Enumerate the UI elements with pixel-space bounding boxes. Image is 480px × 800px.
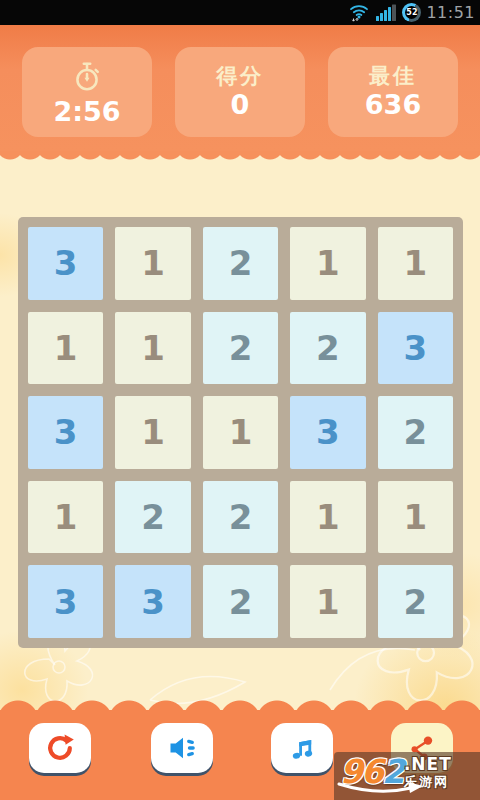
- cell-r1c1[interactable]: 3: [28, 227, 103, 300]
- refresh-icon: [44, 732, 76, 764]
- cell-r3c1[interactable]: 3: [28, 396, 103, 469]
- cell-r3c5[interactable]: 2: [378, 396, 453, 469]
- battery-circle-icon: 52: [402, 3, 421, 22]
- cell-r5c3[interactable]: 2: [203, 565, 278, 638]
- speaker-icon: [167, 733, 197, 763]
- cell-r1c5[interactable]: 1: [378, 227, 453, 300]
- android-status-bar: 52 11:51: [0, 0, 480, 25]
- watermark-962net: 962 .NET 乐游网: [334, 752, 480, 800]
- score-value: 0: [231, 91, 250, 118]
- cell-r1c2[interactable]: 1: [115, 227, 190, 300]
- cell-r5c2[interactable]: 3: [115, 565, 190, 638]
- stats-row: 2:56 得分 0 最佳 636: [0, 47, 480, 137]
- wifi-icon: [348, 3, 370, 22]
- score-label: 得分: [216, 66, 264, 87]
- header-scallop-edge: [0, 151, 480, 163]
- cell-r4c4[interactable]: 1: [290, 481, 365, 554]
- cell-r4c5[interactable]: 1: [378, 481, 453, 554]
- cell-r3c4[interactable]: 3: [290, 396, 365, 469]
- cell-r3c3[interactable]: 1: [203, 396, 278, 469]
- cell-r2c2[interactable]: 1: [115, 312, 190, 385]
- app-screen: 52 11:51 2:56 得分 0 最佳 6: [0, 0, 480, 800]
- cell-r4c2[interactable]: 2: [115, 481, 190, 554]
- best-label: 最佳: [369, 66, 417, 87]
- cell-r5c1[interactable]: 3: [28, 565, 103, 638]
- cell-r2c1[interactable]: 1: [28, 312, 103, 385]
- clock-text: 11:51: [426, 3, 475, 22]
- sound-button[interactable]: [151, 723, 213, 773]
- stopwatch-icon: [71, 60, 103, 94]
- cell-r2c4[interactable]: 2: [290, 312, 365, 385]
- best-value: 636: [365, 91, 421, 118]
- cell-r1c4[interactable]: 1: [290, 227, 365, 300]
- timer-value: 2:56: [53, 98, 120, 125]
- cell-r5c4[interactable]: 1: [290, 565, 365, 638]
- music-button[interactable]: [271, 723, 333, 773]
- timer-box: 2:56: [22, 47, 152, 137]
- watermark-tld: .NET: [404, 755, 452, 774]
- bottom-bar-scallop-edge: [0, 697, 480, 711]
- score-box: 得分 0: [175, 47, 305, 137]
- watermark-swoosh-arrow: [337, 781, 425, 797]
- best-box: 最佳 636: [328, 47, 458, 137]
- battery-percent: 52: [406, 8, 417, 17]
- restart-button[interactable]: [29, 723, 91, 773]
- board: 3121111223311321221133212: [18, 217, 463, 648]
- cell-r4c3[interactable]: 2: [203, 481, 278, 554]
- cell-r2c3[interactable]: 2: [203, 312, 278, 385]
- cell-r5c5[interactable]: 2: [378, 565, 453, 638]
- cell-r2c5[interactable]: 3: [378, 312, 453, 385]
- music-note-icon: [287, 733, 317, 763]
- cell-r1c3[interactable]: 2: [203, 227, 278, 300]
- cell-r3c2[interactable]: 1: [115, 396, 190, 469]
- signal-icon: [375, 3, 397, 22]
- cell-r4c1[interactable]: 1: [28, 481, 103, 554]
